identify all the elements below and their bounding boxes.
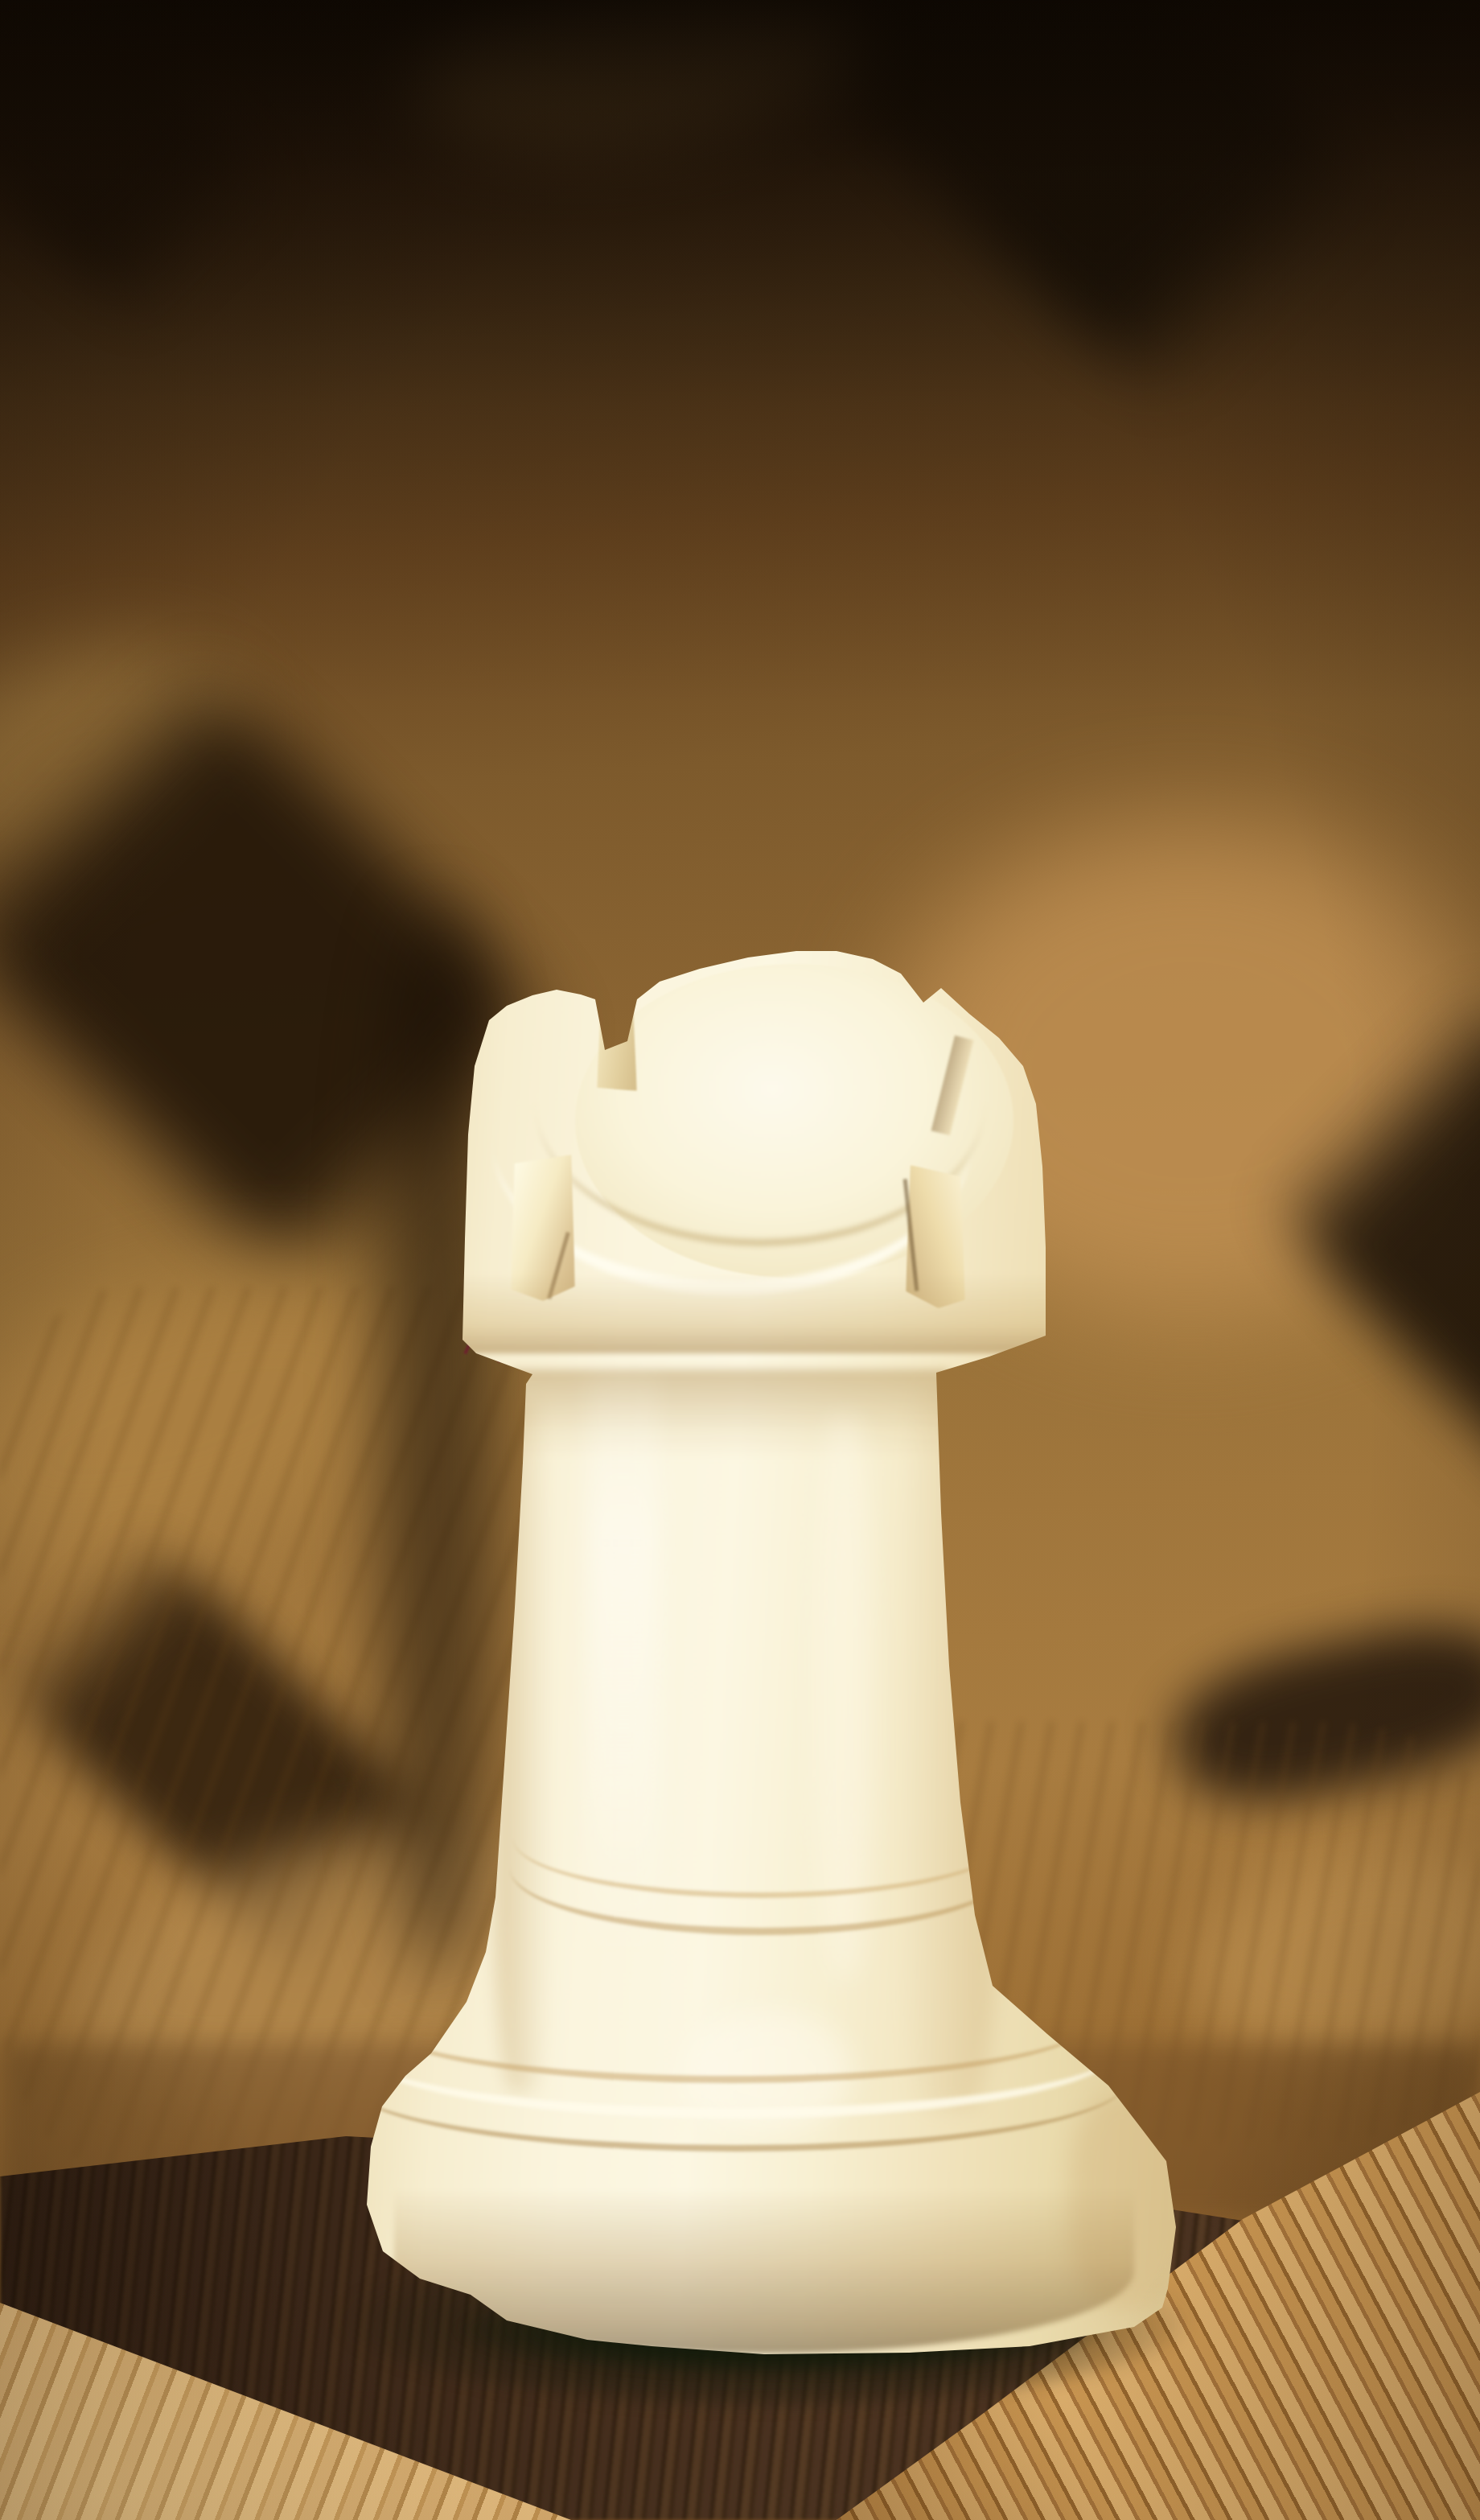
rook-crown-underside-shade <box>458 1273 1050 1353</box>
white-rook-piece: ♖ <box>346 901 1198 2366</box>
rook-foot-shadow <box>394 2189 1134 2353</box>
rook-silhouette <box>346 901 1198 2366</box>
macro-photo-chess-rook: ♖ <box>0 0 1480 2520</box>
rook-base-ring-under <box>346 2011 1126 2151</box>
rook-collar-ring-lower <box>510 1802 1012 1935</box>
rook-battlement-notch-back-left <box>597 1004 637 1091</box>
rook-neck-shadow <box>511 1369 949 1460</box>
